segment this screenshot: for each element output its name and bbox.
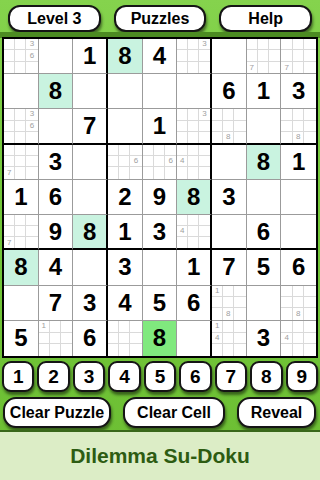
pencil-marks-grid: 4: [177, 145, 210, 179]
cell-value: 1: [153, 114, 166, 138]
pencil-mark: 3: [199, 39, 210, 50]
numpad-button-8[interactable]: 8: [250, 361, 282, 392]
cell-r4c7[interactable]: [212, 145, 247, 180]
cell-value: 3: [153, 220, 166, 244]
cell-value: 2: [118, 185, 131, 209]
cell-r2c5[interactable]: [143, 74, 178, 109]
sudoku-board[interactable]: 3618437786133671388736648116298379813468…: [2, 37, 318, 358]
cell-r9c6[interactable]: [177, 321, 212, 356]
cell-r8c4[interactable]: 4: [108, 286, 143, 321]
cell-value: 4: [153, 44, 166, 68]
pencil-mark: 7: [247, 62, 258, 73]
cell-r5c7[interactable]: 3: [212, 180, 247, 215]
cell-value: 9: [153, 185, 166, 209]
cell-r1c7[interactable]: [212, 39, 247, 74]
cell-r7c4[interactable]: 3: [108, 250, 143, 285]
pencil-mark: 4: [212, 333, 223, 345]
cell-r6c6[interactable]: 4: [177, 215, 212, 250]
cell-r8c2[interactable]: 7: [39, 286, 74, 321]
cell-r5c4[interactable]: 2: [108, 180, 143, 215]
puzzles-button[interactable]: Puzzles: [114, 5, 207, 32]
cell-value: 3: [83, 291, 96, 315]
cell-r7c9[interactable]: 6: [281, 250, 316, 285]
cell-r3c7[interactable]: 8: [212, 109, 247, 144]
pencil-mark: 3: [26, 39, 37, 50]
cell-value: 8: [49, 79, 62, 103]
pencil-marks-grid: 4: [281, 321, 316, 356]
cell-r1c8[interactable]: 7: [247, 39, 282, 74]
cell-r6c4[interactable]: 1: [108, 215, 143, 250]
cell-value: 6: [257, 220, 270, 244]
numpad-button-4[interactable]: 4: [108, 361, 140, 392]
cell-r6c9[interactable]: [281, 215, 316, 250]
cell-r5c5[interactable]: 9: [143, 180, 178, 215]
pencil-mark: 6: [26, 50, 37, 61]
pencil-marks-grid: 7: [281, 39, 316, 73]
cell-value: 1: [118, 220, 131, 244]
cell-r8c1[interactable]: [4, 286, 39, 321]
cell-r5c9[interactable]: [281, 180, 316, 215]
cell-r3c3[interactable]: 7: [73, 109, 108, 144]
level-button[interactable]: Level 3: [8, 5, 101, 32]
cell-r4c4[interactable]: 6: [108, 145, 143, 180]
cell-r6c2[interactable]: 9: [39, 215, 74, 250]
pencil-mark: 3: [26, 109, 37, 120]
cell-value: 6: [187, 291, 200, 315]
cell-value: 6: [49, 185, 62, 209]
pencil-marks-grid: 8: [281, 286, 316, 320]
cell-r9c2[interactable]: 1: [39, 321, 74, 356]
pencil-mark: 4: [281, 333, 293, 345]
pencil-mark: 6: [165, 156, 176, 167]
pencil-marks-grid: 7: [247, 39, 281, 73]
cell-r3c5[interactable]: 1: [143, 109, 178, 144]
cell-value: 4: [49, 255, 62, 279]
cell-r6c3[interactable]: 8: [73, 215, 108, 250]
cell-r2c4[interactable]: [108, 74, 143, 109]
cell-r9c8[interactable]: 3: [247, 321, 282, 356]
cell-r2c6[interactable]: [177, 74, 212, 109]
pencil-marks-grid: 1: [39, 321, 73, 356]
pencil-marks-grid: 4: [177, 215, 210, 248]
cell-r2c8[interactable]: 1: [247, 74, 282, 109]
cell-value: 3: [292, 79, 305, 103]
cell-r9c1[interactable]: 5: [4, 321, 39, 356]
cell-r9c5[interactable]: 8: [143, 321, 178, 356]
clear-cell-button[interactable]: Clear Cell: [123, 397, 225, 428]
pencil-marks-grid: 3: [177, 39, 210, 73]
cell-r7c6[interactable]: 1: [177, 250, 212, 285]
cell-r8c5[interactable]: 5: [143, 286, 178, 321]
cell-r5c1[interactable]: 1: [4, 180, 39, 215]
pencil-mark: 7: [4, 237, 15, 248]
pencil-mark: 4: [177, 156, 188, 167]
cell-r1c2[interactable]: [39, 39, 74, 74]
cell-r6c8[interactable]: 6: [247, 215, 282, 250]
cell-value: 9: [49, 220, 62, 244]
cell-value: 8: [187, 185, 200, 209]
cell-value: 6: [83, 326, 96, 350]
cell-r1c9[interactable]: 7: [281, 39, 316, 74]
cell-r9c9[interactable]: 4: [281, 321, 316, 356]
numpad-button-3[interactable]: 3: [73, 361, 105, 392]
cell-value: 5: [257, 255, 270, 279]
pencil-mark: 8: [223, 132, 234, 143]
cell-r7c8[interactable]: 5: [247, 250, 282, 285]
cell-value: 8: [153, 326, 166, 350]
pencil-marks-grid: 14: [212, 321, 246, 356]
pencil-mark: 4: [177, 226, 188, 237]
pencil-mark: 1: [212, 321, 223, 333]
cell-value: 1: [14, 185, 27, 209]
numpad-button-9[interactable]: 9: [286, 361, 318, 392]
cell-r6c5[interactable]: 3: [143, 215, 178, 250]
app-screen: Level 3 Puzzles Help 3618437786133671388…: [0, 0, 320, 480]
cell-value: 3: [49, 150, 62, 174]
numpad-button-6[interactable]: 6: [179, 361, 211, 392]
cell-r9c3[interactable]: 6: [73, 321, 108, 356]
cell-r7c7[interactable]: 7: [212, 250, 247, 285]
pencil-marks-grid: [108, 321, 142, 356]
cell-r5c2[interactable]: 6: [39, 180, 74, 215]
cell-value: 3: [222, 185, 235, 209]
numpad-button-5[interactable]: 5: [144, 361, 176, 392]
cell-r5c3[interactable]: [73, 180, 108, 215]
cell-r8c8[interactable]: [247, 286, 282, 321]
cell-value: 8: [118, 44, 131, 68]
cell-r4c5[interactable]: 6: [143, 145, 178, 180]
cell-r8c3[interactable]: 3: [73, 286, 108, 321]
cell-r3c8[interactable]: [247, 109, 282, 144]
pencil-mark: 7: [4, 167, 15, 178]
pencil-marks-grid: 8: [281, 109, 316, 142]
clear-puzzle-button[interactable]: Clear Puzzle: [3, 397, 111, 428]
pencil-marks-grid: 36: [4, 39, 38, 73]
cell-r9c7[interactable]: 14: [212, 321, 247, 356]
cell-r4c2[interactable]: 3: [39, 145, 74, 180]
pencil-mark: 6: [130, 156, 141, 167]
cell-r1c3[interactable]: 1: [73, 39, 108, 74]
cell-value: 1: [257, 79, 270, 103]
numpad-button-7[interactable]: 7: [215, 361, 247, 392]
reveal-button[interactable]: Reveal: [237, 397, 316, 428]
cell-r1c5[interactable]: 4: [143, 39, 178, 74]
cell-r1c6[interactable]: 3: [177, 39, 212, 74]
cell-value: 1: [187, 255, 200, 279]
pencil-mark: 8: [293, 308, 305, 319]
cell-r4c9[interactable]: 1: [281, 145, 316, 180]
cell-value: 7: [83, 114, 96, 138]
cell-r5c8[interactable]: [247, 180, 282, 215]
app-title: Dilemma Su-Doku: [70, 444, 250, 468]
cell-r2c7[interactable]: 6: [212, 74, 247, 109]
pencil-mark: 8: [293, 132, 305, 143]
cell-value: 7: [49, 291, 62, 315]
cell-r3c2[interactable]: [39, 109, 74, 144]
cell-r2c1[interactable]: [4, 74, 39, 109]
numpad-button-1[interactable]: 1: [2, 361, 34, 392]
cell-value: 1: [83, 44, 96, 68]
cell-r4c6[interactable]: 4: [177, 145, 212, 180]
cell-value: 3: [257, 326, 270, 350]
cell-value: 7: [222, 255, 235, 279]
cell-r3c1[interactable]: 36: [4, 109, 39, 144]
pencil-marks-grid: 8: [212, 109, 246, 142]
pencil-mark: 6: [26, 121, 37, 132]
cell-r4c3[interactable]: [73, 145, 108, 180]
cell-value: 4: [118, 291, 131, 315]
number-pad: 123456789: [2, 361, 318, 392]
help-button[interactable]: Help: [219, 5, 312, 32]
cell-value: 8: [83, 220, 96, 244]
cell-value: 1: [292, 150, 305, 174]
cell-r4c8[interactable]: 8: [247, 145, 282, 180]
cell-r8c7[interactable]: 18: [212, 286, 247, 321]
cell-value: 6: [292, 255, 305, 279]
pencil-marks-grid: 7: [4, 145, 38, 179]
pencil-mark: 8: [223, 308, 234, 319]
pencil-mark: 1: [212, 286, 223, 297]
cell-value: 5: [153, 291, 166, 315]
cell-r6c1[interactable]: 7: [4, 215, 39, 250]
cell-r9c4[interactable]: [108, 321, 143, 356]
pencil-mark: 3: [199, 109, 210, 120]
cell-value: 6: [222, 79, 235, 103]
cell-value: 8: [14, 255, 27, 279]
pencil-marks-grid: 6: [108, 145, 142, 179]
cell-r7c2[interactable]: 4: [39, 250, 74, 285]
cell-r8c9[interactable]: 8: [281, 286, 316, 321]
cell-r8c6[interactable]: 6: [177, 286, 212, 321]
cell-r3c6[interactable]: 3: [177, 109, 212, 144]
cell-r2c9[interactable]: 3: [281, 74, 316, 109]
pencil-marks-grid: 3: [177, 109, 210, 142]
cell-r1c4[interactable]: 8: [108, 39, 143, 74]
cell-r4c1[interactable]: 7: [4, 145, 39, 180]
cell-r7c1[interactable]: 8: [4, 250, 39, 285]
action-bar: Clear Puzzle Clear Cell Reveal: [3, 397, 317, 428]
cell-r3c9[interactable]: 8: [281, 109, 316, 144]
cell-r2c2[interactable]: 8: [39, 74, 74, 109]
pencil-marks-grid: 6: [143, 145, 177, 179]
footer-bar: Dilemma Su-Doku: [0, 430, 320, 480]
cell-value: 5: [14, 326, 27, 350]
cell-r6c7[interactable]: [212, 215, 247, 250]
cell-r5c6[interactable]: 8: [177, 180, 212, 215]
cell-value: 3: [118, 255, 131, 279]
cell-r7c5[interactable]: [143, 250, 178, 285]
cell-value: 8: [257, 150, 270, 174]
pencil-marks-grid: 7: [4, 215, 38, 248]
top-toolbar: Level 3 Puzzles Help: [8, 5, 312, 32]
pencil-mark: 7: [281, 62, 293, 73]
pencil-marks-grid: 18: [212, 286, 246, 320]
pencil-marks-grid: 36: [4, 109, 38, 142]
pencil-mark: 1: [39, 321, 50, 333]
cell-r1c1[interactable]: 36: [4, 39, 39, 74]
cell-r3c4[interactable]: [108, 109, 143, 144]
numpad-button-2[interactable]: 2: [37, 361, 69, 392]
cell-r7c3[interactable]: [73, 250, 108, 285]
cell-r2c3[interactable]: [73, 74, 108, 109]
